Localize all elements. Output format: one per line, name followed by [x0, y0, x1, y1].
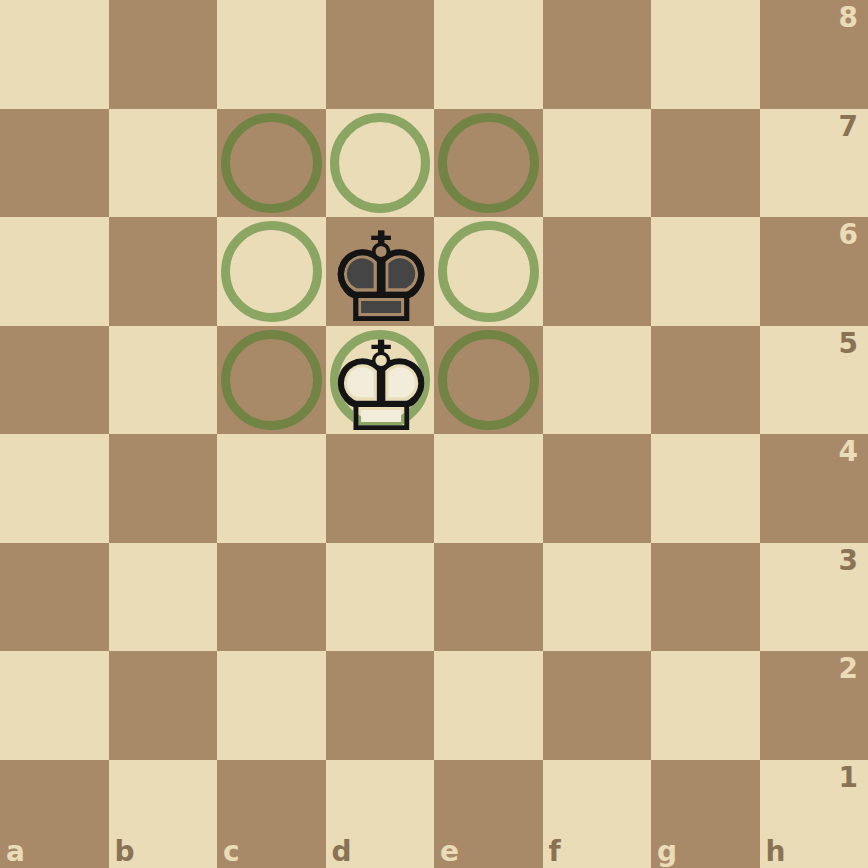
square-e7[interactable]: [434, 109, 543, 218]
square-h3[interactable]: 3: [760, 543, 868, 652]
square-b2[interactable]: [109, 651, 218, 760]
square-d1[interactable]: d: [326, 760, 435, 868]
square-a7[interactable]: [0, 109, 109, 218]
white-king-fill-glyph: ♚: [326, 325, 435, 449]
file-label-e: e: [440, 838, 459, 866]
square-c2[interactable]: [217, 651, 326, 760]
square-b6[interactable]: [109, 217, 218, 326]
square-a8[interactable]: [0, 0, 109, 109]
file-label-d: d: [332, 838, 352, 866]
square-c7[interactable]: [217, 109, 326, 218]
square-e6[interactable]: [434, 217, 543, 326]
square-c3[interactable]: [217, 543, 326, 652]
square-g2[interactable]: [651, 651, 760, 760]
square-d6[interactable]: ♚♔: [326, 217, 435, 326]
square-b4[interactable]: [109, 434, 218, 543]
legal-move-ring: [438, 221, 539, 322]
legal-move-ring: [438, 330, 539, 431]
black-king-outline-glyph: ♔: [326, 217, 435, 341]
square-c5[interactable]: [217, 326, 326, 435]
square-e4[interactable]: [434, 434, 543, 543]
square-g1[interactable]: g: [651, 760, 760, 868]
rank-label-5: 5: [839, 330, 858, 358]
square-e8[interactable]: [434, 0, 543, 109]
square-c1[interactable]: c: [217, 760, 326, 868]
square-a6[interactable]: [0, 217, 109, 326]
square-h8[interactable]: 8: [760, 0, 868, 109]
rank-label-2: 2: [839, 655, 858, 683]
square-d5[interactable]: ♚♔: [326, 326, 435, 435]
square-a5[interactable]: [0, 326, 109, 435]
square-b1[interactable]: b: [109, 760, 218, 868]
square-g6[interactable]: [651, 217, 760, 326]
square-f1[interactable]: f: [543, 760, 652, 868]
file-label-c: c: [223, 838, 240, 866]
white-king[interactable]: ♚♔: [326, 326, 435, 435]
square-f7[interactable]: [543, 109, 652, 218]
chess-board: 87♚♔6♚♔5432abcdefg1h: [0, 0, 868, 868]
square-b3[interactable]: [109, 543, 218, 652]
rank-label-6: 6: [839, 221, 858, 249]
black-king-fill-glyph: ♚: [326, 217, 435, 341]
square-f8[interactable]: [543, 0, 652, 109]
square-b5[interactable]: [109, 326, 218, 435]
square-f2[interactable]: [543, 651, 652, 760]
square-h7[interactable]: 7: [760, 109, 868, 218]
file-label-b: b: [115, 838, 135, 866]
file-label-a: a: [6, 838, 25, 866]
square-a3[interactable]: [0, 543, 109, 652]
square-e1[interactable]: e: [434, 760, 543, 868]
square-f3[interactable]: [543, 543, 652, 652]
square-d4[interactable]: [326, 434, 435, 543]
rank-label-4: 4: [839, 438, 858, 466]
black-king[interactable]: ♚♔: [326, 217, 435, 326]
white-king-outline-glyph: ♔: [326, 325, 435, 449]
legal-move-ring: [221, 113, 322, 214]
square-h4[interactable]: 4: [760, 434, 868, 543]
square-a4[interactable]: [0, 434, 109, 543]
square-d3[interactable]: [326, 543, 435, 652]
file-label-h: h: [766, 838, 786, 866]
legal-move-ring: [221, 330, 322, 431]
square-h1[interactable]: 1h: [760, 760, 868, 868]
square-g3[interactable]: [651, 543, 760, 652]
square-c8[interactable]: [217, 0, 326, 109]
file-label-f: f: [549, 838, 561, 866]
rank-label-7: 7: [839, 113, 858, 141]
square-c4[interactable]: [217, 434, 326, 543]
square-h5[interactable]: 5: [760, 326, 868, 435]
square-e2[interactable]: [434, 651, 543, 760]
square-e5[interactable]: [434, 326, 543, 435]
rank-label-3: 3: [839, 547, 858, 575]
square-a2[interactable]: [0, 651, 109, 760]
rank-label-8: 8: [839, 4, 858, 32]
square-f6[interactable]: [543, 217, 652, 326]
square-c6[interactable]: [217, 217, 326, 326]
legal-move-ring: [330, 113, 431, 214]
square-d7[interactable]: [326, 109, 435, 218]
square-d8[interactable]: [326, 0, 435, 109]
square-h6[interactable]: 6: [760, 217, 868, 326]
square-h2[interactable]: 2: [760, 651, 868, 760]
square-f5[interactable]: [543, 326, 652, 435]
square-b7[interactable]: [109, 109, 218, 218]
square-g7[interactable]: [651, 109, 760, 218]
rank-label-1: 1: [839, 764, 858, 792]
square-a1[interactable]: a: [0, 760, 109, 868]
legal-move-ring: [438, 113, 539, 214]
square-b8[interactable]: [109, 0, 218, 109]
square-e3[interactable]: [434, 543, 543, 652]
square-g8[interactable]: [651, 0, 760, 109]
square-f4[interactable]: [543, 434, 652, 543]
legal-move-ring: [221, 221, 322, 322]
file-label-g: g: [657, 838, 677, 866]
square-d2[interactable]: [326, 651, 435, 760]
square-g4[interactable]: [651, 434, 760, 543]
square-g5[interactable]: [651, 326, 760, 435]
